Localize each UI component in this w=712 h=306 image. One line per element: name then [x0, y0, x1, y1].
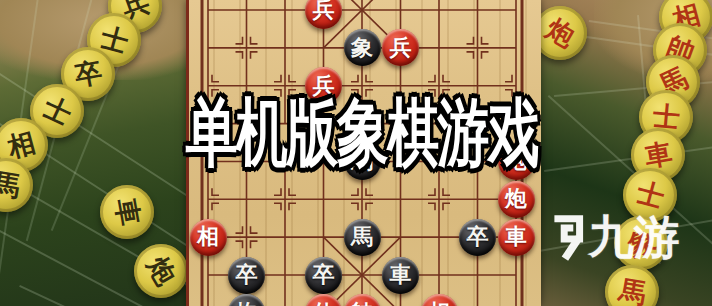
disc-character: 馬 — [0, 165, 22, 205]
ninegame-watermark: 九游 — [546, 204, 680, 270]
ninegame-logo-text: 九游 — [588, 214, 680, 260]
photo-chess-disc: 馬 — [605, 265, 659, 306]
ninegame-9-icon — [546, 204, 588, 270]
photo-chess-disc: 車 — [100, 185, 154, 239]
disc-character: 卒 — [72, 54, 105, 94]
piece-black-卒-file7-rank7[interactable]: 卒 — [459, 219, 496, 256]
left-background-photo: 兵士卒士相馬車炮 — [0, 0, 192, 306]
piece-black-馬-file4-rank7[interactable]: 馬 — [344, 219, 381, 256]
disc-character: 車 — [107, 196, 147, 229]
piece-black-卒-file1-rank8[interactable]: 卒 — [228, 257, 265, 294]
piece-black-象-file4-rank2[interactable]: 象 — [344, 29, 381, 66]
piece-red-車-file8-rank7[interactable]: 車 — [498, 219, 535, 256]
disc-character: 炮 — [539, 11, 580, 56]
page-title: 单机版象棋游戏 — [214, 88, 511, 180]
screenshot-root: 兵士卒士相馬車炮 炮相帥馬士車士象馬 兵象兵兵馬炮炮相馬卒車卒卒車炮仕帥相 单机… — [0, 0, 712, 306]
disc-character: 炮 — [139, 250, 184, 291]
photo-chess-disc: 炮 — [134, 244, 188, 298]
photo-chess-disc: 炮 — [534, 6, 587, 60]
piece-black-車-file5-rank8[interactable]: 車 — [382, 257, 419, 294]
piece-red-相-file0-rank7[interactable]: 相 — [190, 219, 227, 256]
disc-character: 士 — [37, 89, 77, 133]
piece-black-卒-file3-rank8[interactable]: 卒 — [305, 257, 342, 294]
disc-character: 馬 — [616, 272, 649, 306]
piece-red-炮-file8-rank6[interactable]: 炮 — [498, 181, 535, 218]
